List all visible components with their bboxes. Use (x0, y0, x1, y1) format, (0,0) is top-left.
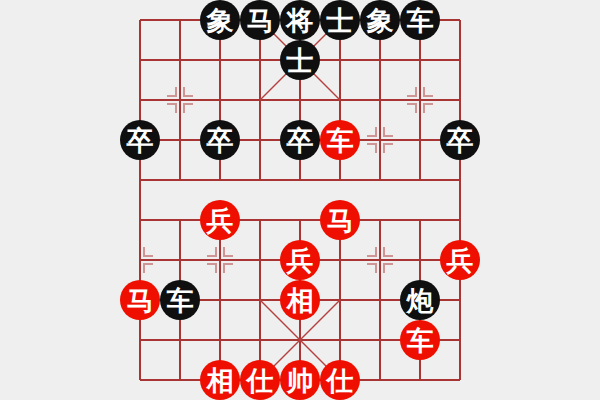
piece-red-soldier-2[interactable]: 兵 (280, 240, 320, 280)
piece-black-general[interactable]: 将 (280, 0, 320, 40)
piece-red-general[interactable]: 帅 (280, 360, 320, 400)
piece-black-soldier-4[interactable]: 卒 (440, 120, 480, 160)
piece-red-horse-2[interactable]: 马 (120, 280, 160, 320)
piece-black-elephant-2[interactable]: 象 (360, 0, 400, 40)
piece-black-soldier-1[interactable]: 卒 (120, 120, 160, 160)
piece-black-chariot-1[interactable]: 车 (400, 0, 440, 40)
piece-red-soldier-1[interactable]: 兵 (200, 200, 240, 240)
piece-black-cannon-1[interactable]: 炮 (400, 280, 440, 320)
xiangqi-app: 象马将士象车士卒卒卒车卒兵马兵兵马车相炮车相仕帅仕 (0, 0, 600, 400)
xiangqi-board[interactable]: 象马将士象车士卒卒卒车卒兵马兵兵马车相炮车相仕帅仕 (0, 0, 600, 400)
piece-red-advisor-2[interactable]: 仕 (320, 360, 360, 400)
piece-red-horse-1[interactable]: 马 (320, 200, 360, 240)
piece-black-advisor-2[interactable]: 士 (280, 40, 320, 80)
piece-red-chariot-2[interactable]: 车 (400, 320, 440, 360)
piece-black-chariot-2[interactable]: 车 (160, 280, 200, 320)
piece-black-advisor-1[interactable]: 士 (320, 0, 360, 40)
piece-red-soldier-3[interactable]: 兵 (440, 240, 480, 280)
pieces-layer: 象马将士象车士卒卒卒车卒兵马兵兵马车相炮车相仕帅仕 (120, 0, 480, 400)
piece-black-horse-1[interactable]: 马 (240, 0, 280, 40)
piece-red-advisor-1[interactable]: 仕 (240, 360, 280, 400)
piece-black-elephant-1[interactable]: 象 (200, 0, 240, 40)
piece-black-soldier-2[interactable]: 卒 (200, 120, 240, 160)
piece-black-soldier-3[interactable]: 卒 (280, 120, 320, 160)
piece-red-elephant-2[interactable]: 相 (200, 360, 240, 400)
piece-red-chariot-1[interactable]: 车 (320, 120, 360, 160)
piece-red-elephant-1[interactable]: 相 (280, 280, 320, 320)
